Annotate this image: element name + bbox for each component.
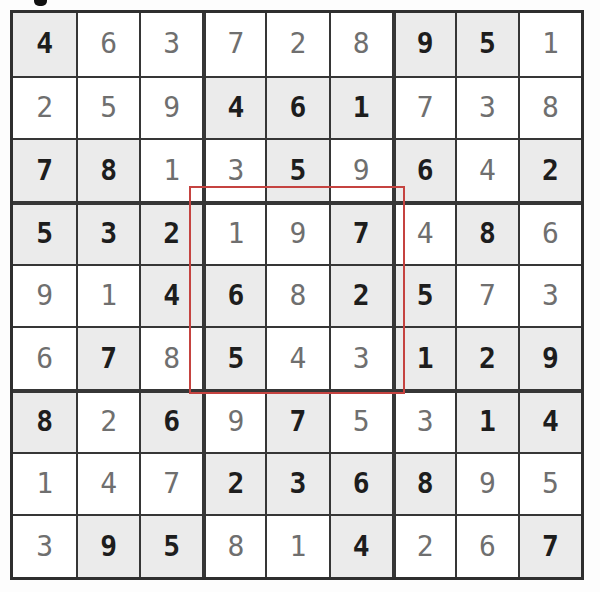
cell-r5c8[interactable]: 7 xyxy=(455,264,518,327)
cell-r2c8[interactable]: 3 xyxy=(455,76,518,139)
cell-r5c3[interactable]: 4 xyxy=(139,264,202,327)
cell-r8c6[interactable]: 6 xyxy=(329,452,392,515)
cell-r2c4[interactable]: 4 xyxy=(202,76,265,139)
cell-r2c1[interactable]: 2 xyxy=(13,76,76,139)
cell-r2c2[interactable]: 5 xyxy=(76,76,139,139)
cell-r3c9[interactable]: 2 xyxy=(518,138,581,201)
cell-r4c7[interactable]: 4 xyxy=(392,201,455,264)
cell-r4c6[interactable]: 7 xyxy=(329,201,392,264)
cell-r6c6[interactable]: 3 xyxy=(329,326,392,389)
cell-r2c3[interactable]: 9 xyxy=(139,76,202,139)
cell-r8c7[interactable]: 8 xyxy=(392,452,455,515)
cell-r5c7[interactable]: 5 xyxy=(392,264,455,327)
cell-r5c6[interactable]: 2 xyxy=(329,264,392,327)
cell-r3c3[interactable]: 1 xyxy=(139,138,202,201)
cell-r8c1[interactable]: 1 xyxy=(13,452,76,515)
cell-r1c8[interactable]: 5 xyxy=(455,13,518,76)
cell-r5c2[interactable]: 1 xyxy=(76,264,139,327)
cropped-text-remnant xyxy=(34,0,47,6)
cell-r3c1[interactable]: 7 xyxy=(13,138,76,201)
cell-r8c4[interactable]: 2 xyxy=(202,452,265,515)
cell-r2c6[interactable]: 1 xyxy=(329,76,392,139)
cell-r5c5[interactable]: 8 xyxy=(265,264,328,327)
cell-r6c1[interactable]: 6 xyxy=(13,326,76,389)
cell-r3c6[interactable]: 9 xyxy=(329,138,392,201)
cell-r7c3[interactable]: 6 xyxy=(139,389,202,452)
cell-r5c1[interactable]: 9 xyxy=(13,264,76,327)
cell-r9c1[interactable]: 3 xyxy=(13,514,76,577)
cell-r6c9[interactable]: 9 xyxy=(518,326,581,389)
cell-r1c7[interactable]: 9 xyxy=(392,13,455,76)
cell-r6c5[interactable]: 4 xyxy=(265,326,328,389)
cell-r1c4[interactable]: 7 xyxy=(202,13,265,76)
cell-r6c8[interactable]: 2 xyxy=(455,326,518,389)
cell-r5c9[interactable]: 3 xyxy=(518,264,581,327)
cell-r9c8[interactable]: 6 xyxy=(455,514,518,577)
cell-r2c7[interactable]: 7 xyxy=(392,76,455,139)
cell-r6c3[interactable]: 8 xyxy=(139,326,202,389)
cell-r7c7[interactable]: 3 xyxy=(392,389,455,452)
cell-r3c7[interactable]: 6 xyxy=(392,138,455,201)
cell-r4c8[interactable]: 8 xyxy=(455,201,518,264)
cell-r7c8[interactable]: 1 xyxy=(455,389,518,452)
cell-r6c7[interactable]: 1 xyxy=(392,326,455,389)
cell-r7c4[interactable]: 9 xyxy=(202,389,265,452)
cell-r3c5[interactable]: 5 xyxy=(265,138,328,201)
cell-r2c5[interactable]: 6 xyxy=(265,76,328,139)
cell-r8c3[interactable]: 7 xyxy=(139,452,202,515)
cell-r3c4[interactable]: 3 xyxy=(202,138,265,201)
cell-r3c2[interactable]: 8 xyxy=(76,138,139,201)
cell-r9c2[interactable]: 9 xyxy=(76,514,139,577)
cell-r1c9[interactable]: 1 xyxy=(518,13,581,76)
cell-r4c2[interactable]: 3 xyxy=(76,201,139,264)
cell-r4c5[interactable]: 9 xyxy=(265,201,328,264)
cell-r4c1[interactable]: 5 xyxy=(13,201,76,264)
cell-r7c2[interactable]: 2 xyxy=(76,389,139,452)
cell-r7c9[interactable]: 4 xyxy=(518,389,581,452)
cell-r9c5[interactable]: 1 xyxy=(265,514,328,577)
cell-r9c6[interactable]: 4 xyxy=(329,514,392,577)
cell-r1c3[interactable]: 3 xyxy=(139,13,202,76)
cell-r4c3[interactable]: 2 xyxy=(139,201,202,264)
cell-r2c9[interactable]: 8 xyxy=(518,76,581,139)
cell-r8c2[interactable]: 4 xyxy=(76,452,139,515)
cell-r1c6[interactable]: 8 xyxy=(329,13,392,76)
cell-r8c9[interactable]: 5 xyxy=(518,452,581,515)
sudoku-page: 4637289512594617387813596425321974869146… xyxy=(0,0,600,592)
cell-r6c2[interactable]: 7 xyxy=(76,326,139,389)
cell-r9c3[interactable]: 5 xyxy=(139,514,202,577)
cell-r1c2[interactable]: 6 xyxy=(76,13,139,76)
cell-r6c4[interactable]: 5 xyxy=(202,326,265,389)
cell-r8c8[interactable]: 9 xyxy=(455,452,518,515)
cell-r1c5[interactable]: 2 xyxy=(265,13,328,76)
cell-r9c7[interactable]: 2 xyxy=(392,514,455,577)
cell-r4c4[interactable]: 1 xyxy=(202,201,265,264)
cell-r8c5[interactable]: 3 xyxy=(265,452,328,515)
cell-r7c6[interactable]: 5 xyxy=(329,389,392,452)
sudoku-board: 4637289512594617387813596425321974869146… xyxy=(10,10,584,580)
cell-r3c8[interactable]: 4 xyxy=(455,138,518,201)
cell-r5c4[interactable]: 6 xyxy=(202,264,265,327)
cell-r7c5[interactable]: 7 xyxy=(265,389,328,452)
cell-r9c9[interactable]: 7 xyxy=(518,514,581,577)
cell-r4c9[interactable]: 6 xyxy=(518,201,581,264)
cell-r9c4[interactable]: 8 xyxy=(202,514,265,577)
cell-r7c1[interactable]: 8 xyxy=(13,389,76,452)
cell-r1c1[interactable]: 4 xyxy=(13,13,76,76)
